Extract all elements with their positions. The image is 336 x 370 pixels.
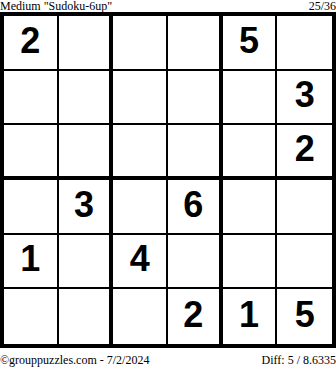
cells-remaining-counter: 25/36 <box>309 0 336 12</box>
given-cell-r6c5: 1 <box>223 289 278 344</box>
empty-cell-r4c6[interactable] <box>277 180 332 235</box>
empty-cell-r3c2[interactable] <box>59 125 114 180</box>
empty-cell-r5c2[interactable] <box>59 235 114 290</box>
empty-cell-r3c4[interactable] <box>168 125 223 180</box>
given-cell-r5c3: 4 <box>113 235 168 290</box>
footer: ©grouppuzzles.com - 7/2/2024 Diff: 5 / 8… <box>0 348 336 370</box>
given-cell-r6c4: 2 <box>168 289 223 344</box>
copyright-date: ©grouppuzzles.com - 7/2/2024 <box>0 354 149 366</box>
given-cell-r2c6: 3 <box>277 71 332 126</box>
empty-cell-r5c5[interactable] <box>223 235 278 290</box>
given-cell-r4c4: 6 <box>168 180 223 235</box>
empty-cell-r2c5[interactable] <box>223 71 278 126</box>
empty-cell-r1c6[interactable] <box>277 16 332 71</box>
empty-cell-r3c5[interactable] <box>223 125 278 180</box>
puzzle-title: Medium "Sudoku-6up" <box>0 0 112 12</box>
empty-cell-r6c1[interactable] <box>4 289 59 344</box>
empty-cell-r1c3[interactable] <box>113 16 168 71</box>
empty-cell-r3c3[interactable] <box>113 125 168 180</box>
given-cell-r1c1: 2 <box>4 16 59 71</box>
empty-cell-r5c4[interactable] <box>168 235 223 290</box>
header: Medium "Sudoku-6up" 25/36 <box>0 0 336 12</box>
empty-cell-r3c1[interactable] <box>4 125 59 180</box>
empty-cell-r1c4[interactable] <box>168 16 223 71</box>
given-cell-r3c6: 2 <box>277 125 332 180</box>
empty-cell-r1c2[interactable] <box>59 16 114 71</box>
empty-cell-r2c4[interactable] <box>168 71 223 126</box>
empty-cell-r4c5[interactable] <box>223 180 278 235</box>
empty-cell-r5c6[interactable] <box>277 235 332 290</box>
empty-cell-r4c1[interactable] <box>4 180 59 235</box>
empty-cell-r6c3[interactable] <box>113 289 168 344</box>
empty-cell-r2c3[interactable] <box>113 71 168 126</box>
difficulty-rating: Diff: 5 / 8.6335 <box>262 354 336 366</box>
given-cell-r1c5: 5 <box>223 16 278 71</box>
empty-cell-r2c1[interactable] <box>4 71 59 126</box>
given-cell-r5c1: 1 <box>4 235 59 290</box>
empty-cell-r6c2[interactable] <box>59 289 114 344</box>
sudoku-board: 25323614215 <box>0 12 336 348</box>
empty-cell-r4c3[interactable] <box>113 180 168 235</box>
given-cell-r6c6: 5 <box>277 289 332 344</box>
puzzle-page: Medium "Sudoku-6up" 25/36 25323614215 ©g… <box>0 0 336 370</box>
given-cell-r4c2: 3 <box>59 180 114 235</box>
empty-cell-r2c2[interactable] <box>59 71 114 126</box>
